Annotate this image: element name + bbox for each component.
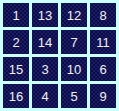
tile-3[interactable]: 3 bbox=[32, 57, 58, 81]
tile-8[interactable]: 8 bbox=[90, 3, 116, 27]
tile-16[interactable]: 16 bbox=[3, 84, 29, 108]
tile-4[interactable]: 4 bbox=[32, 84, 58, 108]
tile-5[interactable]: 5 bbox=[61, 84, 87, 108]
tile-10[interactable]: 10 bbox=[61, 57, 87, 81]
tile-2[interactable]: 2 bbox=[3, 30, 29, 54]
tile-13[interactable]: 13 bbox=[32, 3, 58, 27]
tile-14[interactable]: 14 bbox=[32, 30, 58, 54]
tile-15[interactable]: 15 bbox=[3, 57, 29, 81]
tile-7[interactable]: 7 bbox=[61, 30, 87, 54]
puzzle-board: 11312821471115310616459 bbox=[0, 0, 119, 111]
tile-6[interactable]: 6 bbox=[90, 57, 116, 81]
tile-9[interactable]: 9 bbox=[90, 84, 116, 108]
tile-1[interactable]: 1 bbox=[3, 3, 29, 27]
tile-11[interactable]: 11 bbox=[90, 30, 116, 54]
tile-12[interactable]: 12 bbox=[61, 3, 87, 27]
